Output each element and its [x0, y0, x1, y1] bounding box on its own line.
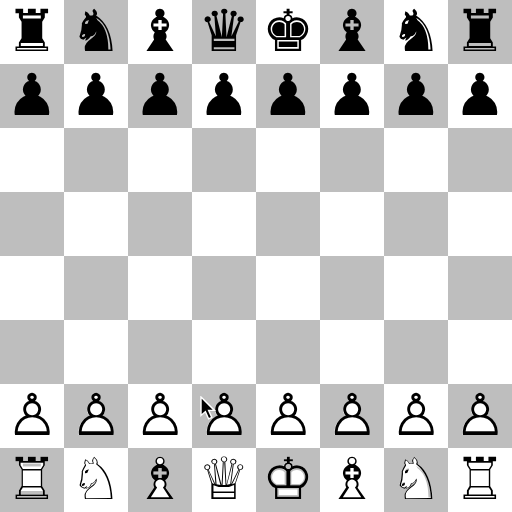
black-bishop-piece[interactable]: ♝	[320, 0, 384, 64]
square-h8[interactable]: ♜	[448, 0, 512, 64]
square-h7[interactable]: ♟	[448, 64, 512, 128]
square-g3[interactable]	[384, 320, 448, 384]
white-pawn-piece[interactable]: ♟♙	[256, 384, 320, 448]
square-f6[interactable]	[320, 128, 384, 192]
square-e8[interactable]: ♚	[256, 0, 320, 64]
white-pawn-piece[interactable]: ♟♙	[384, 384, 448, 448]
white-pawn-piece[interactable]: ♟♙	[128, 384, 192, 448]
square-e2[interactable]: ♟♙	[256, 384, 320, 448]
square-d7[interactable]: ♟	[192, 64, 256, 128]
square-h4[interactable]	[448, 256, 512, 320]
black-rook-piece[interactable]: ♜	[0, 0, 64, 64]
piece-outline-layer: ♙	[256, 384, 320, 448]
piece-outline-layer: ♙	[64, 384, 128, 448]
white-pawn-piece[interactable]: ♟♙	[448, 384, 512, 448]
square-a5[interactable]	[0, 192, 64, 256]
square-e5[interactable]	[256, 192, 320, 256]
square-f4[interactable]	[320, 256, 384, 320]
white-pawn-piece[interactable]: ♟♙	[64, 384, 128, 448]
piece-outline-layer: ♗	[128, 448, 192, 512]
square-a3[interactable]	[0, 320, 64, 384]
black-queen-piece[interactable]: ♛	[192, 0, 256, 64]
piece-outline-layer: ♙	[384, 384, 448, 448]
square-a4[interactable]	[0, 256, 64, 320]
square-c3[interactable]	[128, 320, 192, 384]
square-c2[interactable]: ♟♙	[128, 384, 192, 448]
black-king-piece[interactable]: ♚	[256, 0, 320, 64]
square-d8[interactable]: ♛	[192, 0, 256, 64]
square-h2[interactable]: ♟♙	[448, 384, 512, 448]
black-knight-piece[interactable]: ♞	[64, 0, 128, 64]
square-a8[interactable]: ♜	[0, 0, 64, 64]
black-pawn-piece[interactable]: ♟	[128, 64, 192, 128]
square-c1[interactable]: ♝♗	[128, 448, 192, 512]
black-pawn-piece[interactable]: ♟	[0, 64, 64, 128]
black-pawn-piece[interactable]: ♟	[320, 64, 384, 128]
piece-outline-layer: ♔	[256, 448, 320, 512]
piece-outline-layer: ♖	[0, 448, 64, 512]
square-h3[interactable]	[448, 320, 512, 384]
square-b6[interactable]	[64, 128, 128, 192]
white-queen-piece[interactable]: ♛♕	[192, 448, 256, 512]
piece-outline-layer: ♘	[384, 448, 448, 512]
square-c6[interactable]	[128, 128, 192, 192]
square-e6[interactable]	[256, 128, 320, 192]
piece-outline-layer: ♙	[192, 384, 256, 448]
square-h1[interactable]: ♜♖	[448, 448, 512, 512]
square-c8[interactable]: ♝	[128, 0, 192, 64]
black-pawn-piece[interactable]: ♟	[64, 64, 128, 128]
square-d6[interactable]	[192, 128, 256, 192]
piece-outline-layer: ♙	[0, 384, 64, 448]
square-b2[interactable]: ♟♙	[64, 384, 128, 448]
square-d4[interactable]	[192, 256, 256, 320]
square-a7[interactable]: ♟	[0, 64, 64, 128]
black-rook-piece[interactable]: ♜	[448, 0, 512, 64]
square-g4[interactable]	[384, 256, 448, 320]
square-f8[interactable]: ♝	[320, 0, 384, 64]
piece-outline-layer: ♙	[128, 384, 192, 448]
square-g1[interactable]: ♞♘	[384, 448, 448, 512]
square-f5[interactable]	[320, 192, 384, 256]
piece-outline-layer: ♕	[192, 448, 256, 512]
square-g2[interactable]: ♟♙	[384, 384, 448, 448]
black-pawn-piece[interactable]: ♟	[192, 64, 256, 128]
white-rook-piece[interactable]: ♜♖	[448, 448, 512, 512]
white-pawn-piece[interactable]: ♟♙	[320, 384, 384, 448]
white-knight-piece[interactable]: ♞♘	[64, 448, 128, 512]
square-e1[interactable]: ♚♔	[256, 448, 320, 512]
chess-board: ♜♞♝♛♚♝♞♜♟♟♟♟♟♟♟♟♟♙♟♙♟♙♟♙♟♙♟♙♟♙♟♙♜♖♞♘♝♗♛♕…	[0, 0, 512, 512]
square-f2[interactable]: ♟♙	[320, 384, 384, 448]
square-b4[interactable]	[64, 256, 128, 320]
square-a2[interactable]: ♟♙	[0, 384, 64, 448]
black-pawn-piece[interactable]: ♟	[448, 64, 512, 128]
white-rook-piece[interactable]: ♜♖	[0, 448, 64, 512]
square-e3[interactable]	[256, 320, 320, 384]
square-f3[interactable]	[320, 320, 384, 384]
piece-outline-layer: ♖	[448, 448, 512, 512]
square-a1[interactable]: ♜♖	[0, 448, 64, 512]
black-knight-piece[interactable]: ♞	[384, 0, 448, 64]
chess-app: ♜♞♝♛♚♝♞♜♟♟♟♟♟♟♟♟♟♙♟♙♟♙♟♙♟♙♟♙♟♙♟♙♜♖♞♘♝♗♛♕…	[0, 0, 512, 512]
white-pawn-piece[interactable]: ♟♙	[0, 384, 64, 448]
white-bishop-piece[interactable]: ♝♗	[128, 448, 192, 512]
square-f1[interactable]: ♝♗	[320, 448, 384, 512]
white-knight-piece[interactable]: ♞♘	[384, 448, 448, 512]
piece-outline-layer: ♙	[448, 384, 512, 448]
square-h6[interactable]	[448, 128, 512, 192]
square-g6[interactable]	[384, 128, 448, 192]
white-pawn-piece[interactable]: ♟♙	[192, 384, 256, 448]
black-bishop-piece[interactable]: ♝	[128, 0, 192, 64]
square-g8[interactable]: ♞	[384, 0, 448, 64]
square-b3[interactable]	[64, 320, 128, 384]
square-a6[interactable]	[0, 128, 64, 192]
square-c7[interactable]: ♟	[128, 64, 192, 128]
square-d1[interactable]: ♛♕	[192, 448, 256, 512]
piece-outline-layer: ♘	[64, 448, 128, 512]
piece-outline-layer: ♙	[320, 384, 384, 448]
square-c4[interactable]	[128, 256, 192, 320]
square-d3[interactable]	[192, 320, 256, 384]
square-f7[interactable]: ♟	[320, 64, 384, 128]
piece-outline-layer: ♗	[320, 448, 384, 512]
square-e7[interactable]: ♟	[256, 64, 320, 128]
square-d5[interactable]	[192, 192, 256, 256]
square-g5[interactable]	[384, 192, 448, 256]
square-d2[interactable]: ♟♙	[192, 384, 256, 448]
square-h5[interactable]	[448, 192, 512, 256]
square-e4[interactable]	[256, 256, 320, 320]
white-bishop-piece[interactable]: ♝♗	[320, 448, 384, 512]
square-b1[interactable]: ♞♘	[64, 448, 128, 512]
square-b5[interactable]	[64, 192, 128, 256]
square-b7[interactable]: ♟	[64, 64, 128, 128]
square-b8[interactable]: ♞	[64, 0, 128, 64]
white-king-piece[interactable]: ♚♔	[256, 448, 320, 512]
black-pawn-piece[interactable]: ♟	[384, 64, 448, 128]
square-g7[interactable]: ♟	[384, 64, 448, 128]
square-c5[interactable]	[128, 192, 192, 256]
black-pawn-piece[interactable]: ♟	[256, 64, 320, 128]
